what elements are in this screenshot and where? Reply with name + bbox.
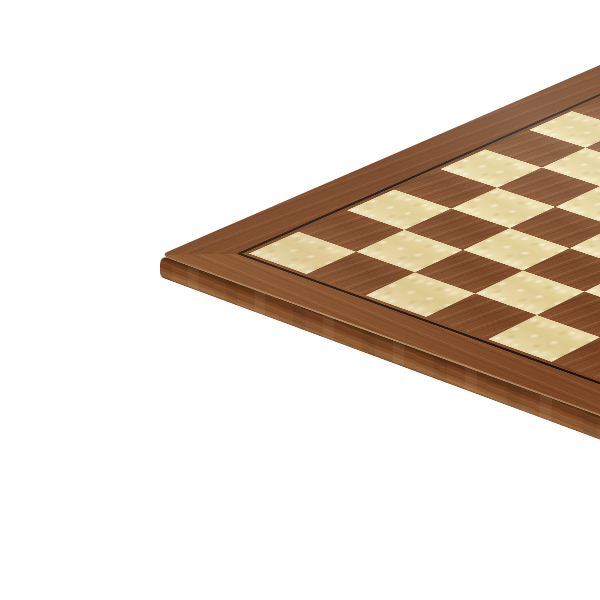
square-a3[interactable] xyxy=(552,337,600,385)
square-b6[interactable] xyxy=(415,250,523,293)
photo-background xyxy=(0,0,600,600)
perspective-container xyxy=(0,0,600,600)
square-a6[interactable] xyxy=(366,272,476,317)
square-b5[interactable] xyxy=(475,271,584,316)
square-a4[interactable] xyxy=(488,315,600,362)
square-a5[interactable] xyxy=(426,293,537,339)
square-c4[interactable] xyxy=(584,269,600,313)
square-b4[interactable] xyxy=(537,292,600,338)
square-a7[interactable] xyxy=(307,252,415,296)
